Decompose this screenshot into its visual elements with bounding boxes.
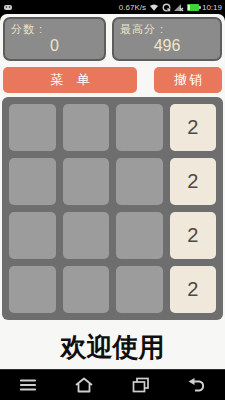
empty-cell[interactable]	[63, 158, 110, 205]
signal-no-service-icon	[174, 3, 184, 12]
best-score-panel: 最高分 : 496	[112, 17, 222, 61]
tile-2[interactable]: 2	[170, 212, 217, 259]
empty-cell[interactable]	[9, 266, 56, 313]
empty-cell[interactable]	[63, 266, 110, 313]
empty-cell[interactable]	[116, 266, 163, 313]
empty-cell[interactable]	[116, 212, 163, 259]
empty-cell[interactable]	[116, 158, 163, 205]
tile-2[interactable]: 2	[170, 266, 217, 313]
battery-icon	[187, 4, 199, 11]
status-bar: 0.67K/s 10:19	[0, 0, 225, 14]
score-row: 分数 : 0 最高分 : 496	[3, 17, 222, 61]
best-score-label: 最高分 :	[120, 22, 214, 37]
empty-cell[interactable]	[9, 212, 56, 259]
empty-cell[interactable]	[9, 104, 56, 151]
menu-button[interactable]: 菜 单	[3, 67, 137, 93]
back-icon[interactable]	[179, 370, 215, 400]
tile-2[interactable]: 2	[170, 158, 217, 205]
welcome-text: 欢迎使用	[0, 320, 225, 365]
navigation-bar	[0, 369, 225, 400]
tile-2[interactable]: 2	[170, 104, 217, 151]
empty-cell[interactable]	[63, 212, 110, 259]
empty-cell[interactable]	[63, 104, 110, 151]
phone-screen: 0.67K/s 10:19 分数 : 0 最高分 :	[0, 0, 225, 400]
wifi-icon	[149, 3, 159, 12]
best-score-value: 496	[120, 37, 214, 55]
undo-button[interactable]: 撤销	[154, 67, 222, 93]
empty-cell[interactable]	[116, 104, 163, 151]
android-icon	[3, 3, 13, 11]
button-row: 菜 单 撤销	[3, 67, 222, 93]
data-usage-icon	[162, 3, 171, 12]
recents-icon[interactable]	[123, 370, 159, 400]
empty-cell[interactable]	[9, 158, 56, 205]
home-icon[interactable]	[66, 370, 102, 400]
menu-icon[interactable]	[10, 370, 46, 400]
game-board[interactable]: 2222	[2, 97, 223, 320]
score-label: 分数 :	[11, 22, 98, 37]
network-speed: 0.67K/s	[119, 3, 146, 12]
clock: 10:19	[202, 3, 222, 12]
score-value: 0	[11, 37, 98, 55]
score-panel: 分数 : 0	[3, 17, 106, 61]
app-content: 分数 : 0 最高分 : 496 菜 单 撤销 2222 欢迎使用	[0, 14, 225, 370]
